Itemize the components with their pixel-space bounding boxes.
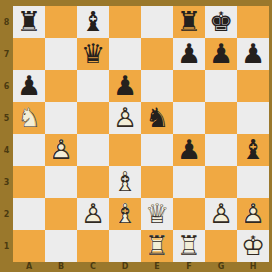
square-a8[interactable]: ♜ [13,6,45,38]
square-e6[interactable] [141,70,173,102]
square-d8[interactable] [109,6,141,38]
square-d4[interactable] [109,134,141,166]
black-piece-body: ♚ [205,6,237,38]
rank-label-3: 3 [0,166,13,198]
piece-black-king[interactable]: ♚ [205,6,237,38]
white-piece-outline: ♙ [109,102,141,134]
square-f3[interactable] [173,166,205,198]
square-d5[interactable]: ♟♙ [109,102,141,134]
square-h4[interactable]: ♝ [237,134,269,166]
square-b8[interactable] [45,6,77,38]
square-f7[interactable]: ♟ [173,38,205,70]
file-label-g: G [205,262,237,272]
piece-black-queen[interactable]: ♛ [77,38,109,70]
square-e1[interactable]: ♜♖ [141,230,173,262]
chess-board: ♜♝♜♚♛♟♟♟♟♟♞♘♟♙♞♟♙♟♝♝♗♟♙♝♗♛♕♟♙♟♙♜♖♜♖♚♔ [13,6,269,262]
file-label-a: A [13,262,45,272]
piece-white-pawn[interactable]: ♟♙ [237,198,269,230]
rank-label-1: 1 [0,230,13,262]
square-a4[interactable] [13,134,45,166]
square-d2[interactable]: ♝♗ [109,198,141,230]
square-g7[interactable]: ♟ [205,38,237,70]
piece-black-pawn[interactable]: ♟ [237,38,269,70]
white-piece-outline: ♔ [237,230,269,262]
piece-black-bishop[interactable]: ♝ [237,134,269,166]
square-h3[interactable] [237,166,269,198]
black-piece-body: ♟ [237,38,269,70]
black-piece-body: ♜ [173,6,205,38]
file-label-f: F [173,262,205,272]
square-e2[interactable]: ♛♕ [141,198,173,230]
square-g6[interactable] [205,70,237,102]
piece-white-pawn[interactable]: ♟♙ [109,102,141,134]
square-e4[interactable] [141,134,173,166]
square-b2[interactable] [45,198,77,230]
piece-black-pawn[interactable]: ♟ [13,70,45,102]
piece-white-queen[interactable]: ♛♕ [141,198,173,230]
rank-label-7: 7 [0,38,13,70]
square-c2[interactable]: ♟♙ [77,198,109,230]
black-piece-body: ♜ [13,6,45,38]
square-e3[interactable] [141,166,173,198]
square-g1[interactable] [205,230,237,262]
square-h6[interactable] [237,70,269,102]
piece-white-king[interactable]: ♚♔ [237,230,269,262]
square-a1[interactable] [13,230,45,262]
square-h1[interactable]: ♚♔ [237,230,269,262]
square-d1[interactable] [109,230,141,262]
white-piece-outline: ♗ [109,198,141,230]
rank-label-2: 2 [0,198,13,230]
square-g5[interactable] [205,102,237,134]
file-label-d: D [109,262,141,272]
square-e5[interactable]: ♞ [141,102,173,134]
square-h5[interactable] [237,102,269,134]
piece-white-bishop[interactable]: ♝♗ [109,166,141,198]
square-f5[interactable] [173,102,205,134]
square-c7[interactable]: ♛ [77,38,109,70]
square-h7[interactable]: ♟ [237,38,269,70]
piece-white-pawn[interactable]: ♟♙ [45,134,77,166]
black-piece-body: ♝ [237,134,269,166]
square-c6[interactable] [77,70,109,102]
piece-black-bishop[interactable]: ♝ [77,6,109,38]
piece-black-rook[interactable]: ♜ [173,6,205,38]
file-label-h: H [237,262,269,272]
white-piece-outline: ♘ [13,102,45,134]
square-g2[interactable]: ♟♙ [205,198,237,230]
square-c1[interactable] [77,230,109,262]
square-d3[interactable]: ♝♗ [109,166,141,198]
black-piece-body: ♞ [141,102,173,134]
rank-label-5: 5 [0,102,13,134]
rank-labels: 87654321 [0,6,13,262]
square-c8[interactable]: ♝ [77,6,109,38]
piece-black-pawn[interactable]: ♟ [173,134,205,166]
square-d7[interactable] [109,38,141,70]
square-g4[interactable] [205,134,237,166]
square-a6[interactable]: ♟ [13,70,45,102]
square-b7[interactable] [45,38,77,70]
rank-label-8: 8 [0,6,13,38]
square-a2[interactable] [13,198,45,230]
square-f2[interactable] [173,198,205,230]
file-labels: ABCDEFGH [13,262,269,272]
square-b5[interactable] [45,102,77,134]
white-piece-outline: ♙ [237,198,269,230]
white-piece-outline: ♙ [45,134,77,166]
square-e8[interactable] [141,6,173,38]
white-piece-outline: ♖ [141,230,173,262]
square-c5[interactable] [77,102,109,134]
piece-white-bishop[interactable]: ♝♗ [109,198,141,230]
file-label-b: B [45,262,77,272]
white-piece-outline: ♙ [77,198,109,230]
piece-black-pawn[interactable]: ♟ [173,38,205,70]
black-piece-body: ♟ [205,38,237,70]
piece-white-pawn[interactable]: ♟♙ [205,198,237,230]
square-g3[interactable] [205,166,237,198]
square-h2[interactable]: ♟♙ [237,198,269,230]
square-f6[interactable] [173,70,205,102]
square-f1[interactable]: ♜♖ [173,230,205,262]
black-piece-body: ♟ [173,134,205,166]
black-piece-body: ♟ [13,70,45,102]
piece-black-knight[interactable]: ♞ [141,102,173,134]
white-piece-outline: ♖ [173,230,205,262]
piece-black-rook[interactable]: ♜ [13,6,45,38]
piece-black-pawn[interactable]: ♟ [205,38,237,70]
piece-black-pawn[interactable]: ♟ [109,70,141,102]
white-piece-outline: ♗ [109,166,141,198]
square-b4[interactable]: ♟♙ [45,134,77,166]
piece-white-rook[interactable]: ♜♖ [141,230,173,262]
square-d6[interactable]: ♟ [109,70,141,102]
white-piece-outline: ♙ [205,198,237,230]
file-label-c: C [77,262,109,272]
square-c3[interactable] [77,166,109,198]
square-a5[interactable]: ♞♘ [13,102,45,134]
square-b6[interactable] [45,70,77,102]
black-piece-body: ♟ [109,70,141,102]
piece-white-rook[interactable]: ♜♖ [173,230,205,262]
square-b3[interactable] [45,166,77,198]
black-piece-body: ♛ [77,38,109,70]
square-e7[interactable] [141,38,173,70]
square-b1[interactable] [45,230,77,262]
square-h8[interactable] [237,6,269,38]
piece-white-pawn[interactable]: ♟♙ [77,198,109,230]
square-c4[interactable] [77,134,109,166]
rank-label-6: 6 [0,70,13,102]
square-g8[interactable]: ♚ [205,6,237,38]
file-label-e: E [141,262,173,272]
white-piece-outline: ♕ [141,198,173,230]
square-a3[interactable] [13,166,45,198]
black-piece-body: ♝ [77,6,109,38]
rank-label-4: 4 [0,134,13,166]
square-f4[interactable]: ♟ [173,134,205,166]
square-f8[interactable]: ♜ [173,6,205,38]
piece-white-knight[interactable]: ♞♘ [13,102,45,134]
chess-diagram: ♜♝♜♚♛♟♟♟♟♟♞♘♟♙♞♟♙♟♝♝♗♟♙♝♗♛♕♟♙♟♙♜♖♜♖♚♔ 87… [0,0,272,272]
square-a7[interactable] [13,38,45,70]
black-piece-body: ♟ [173,38,205,70]
